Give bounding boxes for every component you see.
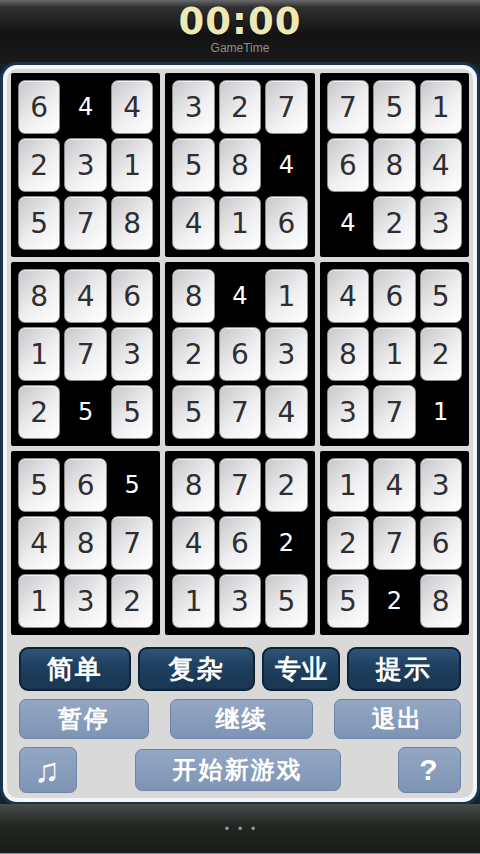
easy-button[interactable]: 简单: [19, 647, 131, 691]
sudoku-cell-r8c6[interactable]: 2: [265, 516, 307, 570]
sudoku-box-1-2: 327584416: [165, 73, 314, 257]
new-game-button[interactable]: 开始新游戏: [135, 749, 341, 791]
sudoku-cell-r6c2[interactable]: 5: [64, 385, 106, 439]
timer-bar: 00:00 GameTime: [0, 0, 480, 64]
difficulty-button-row: 简单复杂专业提示: [11, 647, 469, 691]
sudoku-cell-r9c3[interactable]: 2: [111, 574, 153, 628]
sudoku-cell-r1c8[interactable]: 5: [373, 80, 415, 134]
sudoku-cell-r1c4[interactable]: 3: [172, 80, 214, 134]
sudoku-cell-r7c7[interactable]: 1: [327, 458, 369, 512]
sudoku-cell-r2c2[interactable]: 3: [64, 138, 106, 192]
sudoku-cell-r5c8[interactable]: 1: [373, 327, 415, 381]
pause-button[interactable]: 暂停: [19, 699, 149, 739]
sudoku-cell-r4c8[interactable]: 6: [373, 269, 415, 323]
sudoku-cell-r1c9[interactable]: 1: [420, 80, 462, 134]
sudoku-cell-r1c2[interactable]: 4: [64, 80, 106, 134]
sudoku-box-2-3: 465812371: [320, 262, 469, 446]
sudoku-cell-r4c2[interactable]: 4: [64, 269, 106, 323]
help-button[interactable]: ?: [398, 747, 461, 793]
sudoku-cell-r4c5[interactable]: 4: [219, 269, 261, 323]
sudoku-cell-r7c8[interactable]: 4: [373, 458, 415, 512]
sudoku-box-1-3: 751684423: [320, 73, 469, 257]
sudoku-cell-r1c3[interactable]: 4: [111, 80, 153, 134]
sudoku-cell-r5c4[interactable]: 2: [172, 327, 214, 381]
sudoku-cell-r5c9[interactable]: 2: [420, 327, 462, 381]
sudoku-cell-r2c6[interactable]: 4: [265, 138, 307, 192]
sudoku-cell-r2c5[interactable]: 8: [219, 138, 261, 192]
sudoku-cell-r4c9[interactable]: 5: [420, 269, 462, 323]
sudoku-box-3-2: 872462135: [165, 451, 314, 635]
sudoku-box-3-3: 143276528: [320, 451, 469, 635]
sudoku-box-1-1: 644231578: [11, 73, 160, 257]
sudoku-cell-r2c9[interactable]: 4: [420, 138, 462, 192]
sudoku-cell-r6c3[interactable]: 5: [111, 385, 153, 439]
sudoku-cell-r8c5[interactable]: 6: [219, 516, 261, 570]
sudoku-cell-r7c5[interactable]: 7: [219, 458, 261, 512]
sudoku-cell-r8c7[interactable]: 2: [327, 516, 369, 570]
sudoku-cell-r4c7[interactable]: 4: [327, 269, 369, 323]
sudoku-cell-r9c4[interactable]: 1: [172, 574, 214, 628]
menu-dots-icon[interactable]: •••: [216, 822, 265, 836]
sudoku-cell-r6c5[interactable]: 7: [219, 385, 261, 439]
sudoku-cell-r5c5[interactable]: 6: [219, 327, 261, 381]
sudoku-cell-r3c5[interactable]: 1: [219, 196, 261, 250]
sudoku-cell-r6c6[interactable]: 4: [265, 385, 307, 439]
sudoku-cell-r2c1[interactable]: 2: [18, 138, 60, 192]
sudoku-cell-r4c1[interactable]: 8: [18, 269, 60, 323]
hard-button[interactable]: 复杂: [138, 647, 255, 691]
sudoku-cell-r1c5[interactable]: 2: [219, 80, 261, 134]
sudoku-cell-r5c1[interactable]: 1: [18, 327, 60, 381]
game-timer: 00:00: [0, 0, 480, 44]
sudoku-cell-r4c3[interactable]: 6: [111, 269, 153, 323]
sudoku-cell-r7c2[interactable]: 6: [64, 458, 106, 512]
sudoku-cell-r7c3[interactable]: 5: [111, 458, 153, 512]
music-toggle-button[interactable]: ♫: [19, 747, 77, 793]
sudoku-cell-r9c8[interactable]: 2: [373, 574, 415, 628]
sudoku-cell-r8c4[interactable]: 4: [172, 516, 214, 570]
sudoku-cell-r9c6[interactable]: 5: [265, 574, 307, 628]
hint-button[interactable]: 提示: [347, 647, 461, 691]
sudoku-cell-r1c7[interactable]: 7: [327, 80, 369, 134]
sudoku-cell-r1c6[interactable]: 7: [265, 80, 307, 134]
exit-button[interactable]: 退出: [334, 699, 461, 739]
app-screen: 00:00 GameTime 6442315783275844167516844…: [0, 0, 480, 854]
sudoku-cell-r3c1[interactable]: 5: [18, 196, 60, 250]
game-timer-label: GameTime: [0, 42, 480, 55]
sudoku-cell-r8c1[interactable]: 4: [18, 516, 60, 570]
panel-background: 6442315783275844167516844238461732558412…: [0, 64, 480, 804]
sudoku-cell-r3c4[interactable]: 4: [172, 196, 214, 250]
sudoku-cell-r6c9[interactable]: 1: [420, 385, 462, 439]
sudoku-cell-r1c1[interactable]: 6: [18, 80, 60, 134]
sudoku-cell-r3c7[interactable]: 4: [327, 196, 369, 250]
sudoku-cell-r5c6[interactable]: 3: [265, 327, 307, 381]
sudoku-cell-r5c2[interactable]: 7: [64, 327, 106, 381]
sudoku-cell-r8c3[interactable]: 7: [111, 516, 153, 570]
resume-button[interactable]: 继续: [170, 699, 313, 739]
sudoku-cell-r6c1[interactable]: 2: [18, 385, 60, 439]
sudoku-cell-r8c9[interactable]: 6: [420, 516, 462, 570]
sudoku-cell-r6c8[interactable]: 7: [373, 385, 415, 439]
sudoku-cell-r5c3[interactable]: 3: [111, 327, 153, 381]
sudoku-cell-r5c7[interactable]: 8: [327, 327, 369, 381]
sudoku-cell-r8c2[interactable]: 8: [64, 516, 106, 570]
sudoku-cell-r7c1[interactable]: 5: [18, 458, 60, 512]
sudoku-cell-r7c4[interactable]: 8: [172, 458, 214, 512]
sudoku-board: 6442315783275844167516844238461732558412…: [11, 73, 469, 635]
sudoku-cell-r7c6[interactable]: 2: [265, 458, 307, 512]
sudoku-cell-r3c6[interactable]: 6: [265, 196, 307, 250]
sudoku-cell-r9c5[interactable]: 3: [219, 574, 261, 628]
android-menu-bar: •••: [0, 804, 480, 854]
sudoku-cell-r2c7[interactable]: 6: [327, 138, 369, 192]
sudoku-box-2-2: 841263574: [165, 262, 314, 446]
expert-button[interactable]: 专业: [262, 647, 340, 691]
sudoku-cell-r9c1[interactable]: 1: [18, 574, 60, 628]
control-button-row: 暂停继续退出: [11, 699, 469, 739]
sudoku-cell-r9c2[interactable]: 3: [64, 574, 106, 628]
question-mark-icon: ?: [419, 753, 439, 787]
sudoku-cell-r6c4[interactable]: 5: [172, 385, 214, 439]
sudoku-cell-r3c9[interactable]: 3: [420, 196, 462, 250]
sudoku-cell-r4c4[interactable]: 8: [172, 269, 214, 323]
sudoku-cell-r2c4[interactable]: 5: [172, 138, 214, 192]
sudoku-cell-r9c9[interactable]: 8: [420, 574, 462, 628]
bottom-button-row: ♫ 开始新游戏 ?: [11, 747, 469, 793]
game-panel: 6442315783275844167516844238461732558412…: [3, 65, 477, 802]
sudoku-cell-r9c7[interactable]: 5: [327, 574, 369, 628]
sudoku-cell-r3c8[interactable]: 2: [373, 196, 415, 250]
sudoku-cell-r2c8[interactable]: 8: [373, 138, 415, 192]
sudoku-cell-r6c7[interactable]: 3: [327, 385, 369, 439]
sudoku-cell-r3c3[interactable]: 8: [111, 196, 153, 250]
sudoku-cell-r3c2[interactable]: 7: [64, 196, 106, 250]
sudoku-cell-r2c3[interactable]: 1: [111, 138, 153, 192]
sudoku-box-2-1: 846173255: [11, 262, 160, 446]
music-note-icon: ♫: [34, 753, 62, 787]
sudoku-cell-r7c9[interactable]: 3: [420, 458, 462, 512]
sudoku-box-3-1: 565487132: [11, 451, 160, 635]
sudoku-cell-r4c6[interactable]: 1: [265, 269, 307, 323]
sudoku-cell-r8c8[interactable]: 7: [373, 516, 415, 570]
